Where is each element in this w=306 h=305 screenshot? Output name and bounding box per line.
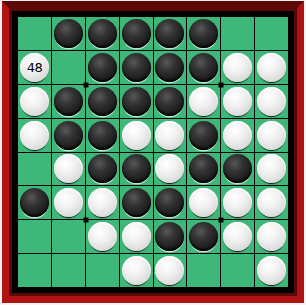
- cell-d3[interactable]: [120, 85, 153, 118]
- cell-h8[interactable]: [255, 254, 288, 287]
- cell-h3[interactable]: [255, 85, 288, 118]
- cell-f6[interactable]: [187, 186, 220, 219]
- cell-a5[interactable]: [18, 153, 51, 186]
- cell-b1[interactable]: [52, 17, 85, 50]
- cell-f7[interactable]: [187, 220, 220, 253]
- cell-g8[interactable]: [221, 254, 254, 287]
- cell-e2[interactable]: [154, 51, 187, 84]
- star-point: [83, 82, 88, 87]
- cell-g7[interactable]: [221, 220, 254, 253]
- black-disc: [155, 53, 184, 82]
- cell-a8[interactable]: [18, 254, 51, 287]
- star-point: [218, 82, 223, 87]
- cell-c7[interactable]: [86, 220, 119, 253]
- last-move-number-label: 48: [27, 61, 43, 74]
- white-disc: [189, 188, 218, 217]
- black-disc: [189, 154, 218, 183]
- cell-b8[interactable]: [52, 254, 85, 287]
- cell-e3[interactable]: [154, 85, 187, 118]
- cell-b4[interactable]: [52, 119, 85, 152]
- cell-c2[interactable]: [86, 51, 119, 84]
- white-disc: [223, 87, 252, 116]
- cell-g5[interactable]: [221, 153, 254, 186]
- cell-c1[interactable]: [86, 17, 119, 50]
- cell-h2[interactable]: [255, 51, 288, 84]
- cell-g4[interactable]: [221, 119, 254, 152]
- black-disc: [189, 222, 218, 251]
- white-disc: [223, 188, 252, 217]
- cell-c4[interactable]: [86, 119, 119, 152]
- white-disc: [223, 222, 252, 251]
- cell-h4[interactable]: [255, 119, 288, 152]
- black-disc: [88, 154, 117, 183]
- black-disc: [155, 188, 184, 217]
- black-disc: [223, 154, 252, 183]
- white-disc: [54, 188, 83, 217]
- white-disc: [257, 53, 286, 82]
- cell-d5[interactable]: [120, 153, 153, 186]
- black-disc: [88, 121, 117, 150]
- cell-f4[interactable]: [187, 119, 220, 152]
- white-disc: [257, 87, 286, 116]
- black-disc: [155, 222, 184, 251]
- black-disc: [88, 19, 117, 48]
- white-disc: [88, 222, 117, 251]
- black-disc: [155, 87, 184, 116]
- black-disc: [88, 53, 117, 82]
- star-point: [218, 217, 223, 222]
- white-disc: [20, 121, 49, 150]
- cell-e4[interactable]: [154, 119, 187, 152]
- cell-f2[interactable]: [187, 51, 220, 84]
- cell-e6[interactable]: [154, 186, 187, 219]
- cell-a6[interactable]: [18, 186, 51, 219]
- white-disc: [257, 188, 286, 217]
- white-disc: [122, 256, 151, 285]
- cell-b2[interactable]: [52, 51, 85, 84]
- cell-g2[interactable]: [221, 51, 254, 84]
- board-red-border: 48: [2, 1, 304, 303]
- cell-a2[interactable]: 48: [18, 51, 51, 84]
- star-point: [83, 217, 88, 222]
- cell-d8[interactable]: [120, 254, 153, 287]
- cell-c6[interactable]: [86, 186, 119, 219]
- cell-d1[interactable]: [120, 17, 153, 50]
- cell-b3[interactable]: [52, 85, 85, 118]
- white-disc: [257, 222, 286, 251]
- cell-e7[interactable]: [154, 220, 187, 253]
- cell-a3[interactable]: [18, 85, 51, 118]
- cell-d2[interactable]: [120, 51, 153, 84]
- cell-b6[interactable]: [52, 186, 85, 219]
- white-disc: [257, 256, 286, 285]
- white-disc: 48: [20, 53, 49, 82]
- black-disc: [189, 19, 218, 48]
- black-disc: [189, 121, 218, 150]
- black-disc: [88, 87, 117, 116]
- white-disc: [223, 53, 252, 82]
- cell-c8[interactable]: [86, 254, 119, 287]
- white-disc: [223, 121, 252, 150]
- othello-board: 48: [0, 0, 306, 305]
- black-disc: [54, 19, 83, 48]
- board-inner-frame: 48: [12, 11, 294, 293]
- white-disc: [189, 87, 218, 116]
- cell-f8[interactable]: [187, 254, 220, 287]
- white-disc: [257, 121, 286, 150]
- cell-e5[interactable]: [154, 153, 187, 186]
- white-disc: [155, 256, 184, 285]
- white-disc: [155, 121, 184, 150]
- black-disc: [122, 19, 151, 48]
- black-disc: [20, 188, 49, 217]
- black-disc: [54, 121, 83, 150]
- black-disc: [54, 87, 83, 116]
- cell-f3[interactable]: [187, 85, 220, 118]
- white-disc: [20, 87, 49, 116]
- white-disc: [122, 222, 151, 251]
- cell-h1[interactable]: [255, 17, 288, 50]
- cell-c5[interactable]: [86, 153, 119, 186]
- cell-g1[interactable]: [221, 17, 254, 50]
- cell-a7[interactable]: [18, 220, 51, 253]
- cell-f1[interactable]: [187, 17, 220, 50]
- black-disc: [122, 87, 151, 116]
- cell-a4[interactable]: [18, 119, 51, 152]
- white-disc: [257, 154, 286, 183]
- white-disc: [155, 154, 184, 183]
- cell-g6[interactable]: [221, 186, 254, 219]
- black-disc: [122, 53, 151, 82]
- cell-h7[interactable]: [255, 220, 288, 253]
- cell-a1[interactable]: [18, 17, 51, 50]
- black-disc: [155, 19, 184, 48]
- cell-b5[interactable]: [52, 153, 85, 186]
- white-disc: [88, 188, 117, 217]
- cell-c3[interactable]: [86, 85, 119, 118]
- black-disc: [122, 154, 151, 183]
- cell-f5[interactable]: [187, 153, 220, 186]
- cell-h6[interactable]: [255, 186, 288, 219]
- cell-e1[interactable]: [154, 17, 187, 50]
- cell-g3[interactable]: [221, 85, 254, 118]
- cell-b7[interactable]: [52, 220, 85, 253]
- white-disc: [54, 154, 83, 183]
- board-grid: 48: [18, 17, 288, 287]
- cell-d4[interactable]: [120, 119, 153, 152]
- cell-d6[interactable]: [120, 186, 153, 219]
- cell-e8[interactable]: [154, 254, 187, 287]
- cell-h5[interactable]: [255, 153, 288, 186]
- cell-d7[interactable]: [120, 220, 153, 253]
- black-disc: [189, 53, 218, 82]
- black-disc: [122, 188, 151, 217]
- white-disc: [122, 121, 151, 150]
